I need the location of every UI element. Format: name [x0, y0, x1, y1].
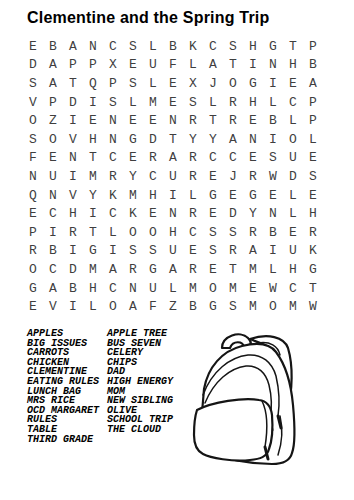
grid-cell-r14c8: L [163, 279, 183, 298]
grid-cell-r10c13: N [263, 204, 283, 223]
grid-cell-r14c1: G [23, 279, 43, 298]
grid-cell-r4c3: D [63, 93, 83, 112]
grid-cell-r8c9: R [183, 167, 203, 186]
grid-cell-r9c11: E [223, 186, 243, 205]
grid-cell-r6c4: H [83, 130, 103, 149]
grid-cell-r2c12: I [243, 56, 263, 75]
grid-cell-r14c2: A [43, 279, 63, 298]
grid-cell-r10c14: L [283, 204, 303, 223]
grid-cell-r8c2: U [43, 167, 63, 186]
grid-cell-r3c11: O [223, 74, 243, 93]
grid-cell-r12c14: U [283, 242, 303, 261]
grid-cell-r13c3: D [63, 260, 83, 279]
grid-cell-r15c13: O [263, 297, 283, 316]
grid-cell-r14c7: U [143, 279, 163, 298]
grid-cell-r4c15: P [303, 93, 323, 112]
grid-cell-r10c2: C [43, 204, 63, 223]
grid-cell-r15c10: G [203, 297, 223, 316]
grid-cell-r4c14: C [283, 93, 303, 112]
grid-cell-r8c6: Y [123, 167, 143, 186]
grid-cell-r14c10: O [203, 279, 223, 298]
grid-cell-r13c8: A [163, 260, 183, 279]
grid-cell-r14c6: N [123, 279, 143, 298]
grid-cell-r7c12: E [243, 149, 263, 168]
grid-cell-r7c14: U [283, 149, 303, 168]
grid-cell-r9c13: E [263, 186, 283, 205]
grid-cell-r3c15: A [303, 74, 323, 93]
grid-cell-r11c2: I [43, 223, 63, 242]
grid-cell-r1c3: A [63, 37, 83, 56]
grid-cell-r12c12: A [243, 242, 263, 261]
grid-cell-r5c6: E [123, 111, 143, 130]
grid-cell-r2c11: T [223, 56, 243, 75]
grid-cell-r10c1: E [23, 204, 43, 223]
grid-cell-r13c15: G [303, 260, 323, 279]
grid-cell-r5c3: I [63, 111, 83, 130]
grid-cell-r2c3: P [63, 56, 83, 75]
grid-cell-r15c7: F [143, 297, 163, 316]
grid-cell-r8c3: I [63, 167, 83, 186]
grid-cell-r6c8: T [163, 130, 183, 149]
grid-cell-r12c4: G [83, 242, 103, 261]
word-search-grid: EBANCSLBKCSHGTPDAPPXEUFLATINHBSATQPSLEXJ… [23, 37, 323, 316]
grid-cell-r8c7: C [143, 167, 163, 186]
grid-cell-r12c10: S [203, 242, 223, 261]
grid-cell-r8c1: N [23, 167, 43, 186]
grid-cell-r14c14: C [283, 279, 303, 298]
grid-cell-r4c1: V [23, 93, 43, 112]
grid-cell-r6c1: S [23, 130, 43, 149]
grid-cell-r5c11: R [223, 111, 243, 130]
grid-cell-r8c11: J [223, 167, 243, 186]
grid-cell-r9c9: L [183, 186, 203, 205]
grid-cell-r1c12: H [243, 37, 263, 56]
grid-cell-r1c5: C [103, 37, 123, 56]
grid-cell-r4c4: I [83, 93, 103, 112]
grid-cell-r9c12: G [243, 186, 263, 205]
grid-cell-r14c4: H [83, 279, 103, 298]
grid-cell-r5c2: Z [43, 111, 63, 130]
grid-cell-r12c2: B [43, 242, 63, 261]
backpack-pocket [194, 399, 272, 460]
grid-cell-r13c5: A [103, 260, 123, 279]
grid-cell-r10c5: C [103, 204, 123, 223]
grid-cell-r12c15: K [303, 242, 323, 261]
grid-cell-r15c9: B [183, 297, 203, 316]
grid-cell-r4c11: R [223, 93, 243, 112]
grid-cell-r10c9: R [183, 204, 203, 223]
grid-cell-r13c2: C [43, 260, 63, 279]
grid-cell-r12c11: R [223, 242, 243, 261]
grid-cell-r1c11: S [223, 37, 243, 56]
grid-cell-r2c13: N [263, 56, 283, 75]
grid-cell-r1c7: L [143, 37, 163, 56]
grid-cell-r11c1: P [23, 223, 43, 242]
grid-cell-r15c1: E [23, 297, 43, 316]
grid-cell-r13c6: R [123, 260, 143, 279]
grid-cell-r1c13: G [263, 37, 283, 56]
grid-cell-r4c9: S [183, 93, 203, 112]
grid-cell-r2c7: U [143, 56, 163, 75]
grid-cell-r1c4: N [83, 37, 103, 56]
grid-cell-r6c9: Y [183, 130, 203, 149]
grid-cell-r12c13: I [263, 242, 283, 261]
grid-cell-r4c2: P [43, 93, 63, 112]
grid-cell-r5c15: P [303, 111, 323, 130]
grid-cell-r8c13: W [263, 167, 283, 186]
grid-cell-r4c12: H [243, 93, 263, 112]
word-list-column-1: APPLESBIG ISSUESCARROTSCHICKENCLEMENTINE… [27, 329, 99, 444]
grid-cell-r4c6: L [123, 93, 143, 112]
grid-cell-r15c6: A [123, 297, 143, 316]
grid-cell-r10c7: E [143, 204, 163, 223]
grid-cell-r8c8: U [163, 167, 183, 186]
grid-cell-r3c2: A [43, 74, 63, 93]
grid-cell-r12c9: E [183, 242, 203, 261]
grid-cell-r15c11: S [223, 297, 243, 316]
grid-cell-r11c8: H [163, 223, 183, 242]
grid-cell-r2c15: B [303, 56, 323, 75]
grid-cell-r15c3: I [63, 297, 83, 316]
grid-cell-r1c9: K [183, 37, 203, 56]
grid-cell-r5c7: E [143, 111, 163, 130]
grid-cell-r13c11: T [223, 260, 243, 279]
grid-cell-r13c12: M [243, 260, 263, 279]
grid-cell-r12c6: S [123, 242, 143, 261]
grid-cell-r6c5: N [103, 130, 123, 149]
grid-cell-r9c3: V [63, 186, 83, 205]
grid-cell-r6c10: Y [203, 130, 223, 149]
grid-cell-r8c5: R [103, 167, 123, 186]
grid-cell-r10c12: Y [243, 204, 263, 223]
grid-cell-r13c14: H [283, 260, 303, 279]
grid-cell-r4c5: S [103, 93, 123, 112]
grid-cell-r7c11: C [223, 149, 243, 168]
grid-cell-r9c7: H [143, 186, 163, 205]
grid-cell-r3c13: I [263, 74, 283, 93]
grid-cell-r14c5: C [103, 279, 123, 298]
grid-cell-r14c3: B [63, 279, 83, 298]
grid-cell-r8c4: M [83, 167, 103, 186]
word-list-item: THIRD GRADE [27, 435, 99, 445]
grid-cell-r1c8: B [163, 37, 183, 56]
grid-cell-r11c13: B [263, 223, 283, 242]
grid-cell-r15c8: Z [163, 297, 183, 316]
grid-cell-r1c10: C [203, 37, 223, 56]
grid-cell-r7c9: R [183, 149, 203, 168]
grid-cell-r8c15: S [303, 167, 323, 186]
grid-cell-r6c13: I [263, 130, 283, 149]
grid-cell-r15c15: W [303, 297, 323, 316]
grid-cell-r3c12: G [243, 74, 263, 93]
grid-cell-r6c11: A [223, 130, 243, 149]
grid-cell-r12c7: S [143, 242, 163, 261]
grid-cell-r9c10: G [203, 186, 223, 205]
grid-cell-r6c7: D [143, 130, 163, 149]
grid-cell-r10c11: D [223, 204, 243, 223]
grid-cell-r9c2: N [43, 186, 63, 205]
grid-cell-r5c1: O [23, 111, 43, 130]
grid-cell-r6c2: O [43, 130, 63, 149]
grid-cell-r1c2: B [43, 37, 63, 56]
grid-cell-r5c4: E [83, 111, 103, 130]
grid-cell-r5c8: N [163, 111, 183, 130]
grid-cell-r11c15: R [303, 223, 323, 242]
grid-cell-r10c8: N [163, 204, 183, 223]
grid-cell-r3c6: S [123, 74, 143, 93]
grid-cell-r10c10: E [203, 204, 223, 223]
grid-cell-r7c13: S [263, 149, 283, 168]
grid-cell-r11c7: O [143, 223, 163, 242]
grid-cell-r12c5: I [103, 242, 123, 261]
grid-cell-r7c6: E [123, 149, 143, 168]
grid-cell-r6c14: O [283, 130, 303, 149]
grid-cell-r7c3: N [63, 149, 83, 168]
grid-cell-r3c8: E [163, 74, 183, 93]
grid-cell-r11c3: R [63, 223, 83, 242]
grid-cell-r1c6: S [123, 37, 143, 56]
grid-cell-r4c8: E [163, 93, 183, 112]
grid-cell-r2c5: X [103, 56, 123, 75]
grid-cell-r2c4: P [83, 56, 103, 75]
grid-cell-r3c4: Q [83, 74, 103, 93]
grid-cell-r10c6: K [123, 204, 143, 223]
grid-cell-r14c9: M [183, 279, 203, 298]
grid-cell-r13c10: E [203, 260, 223, 279]
grid-cell-r9c15: E [303, 186, 323, 205]
grid-cell-r12c3: I [63, 242, 83, 261]
grid-cell-r15c12: M [243, 297, 263, 316]
grid-cell-r10c3: H [63, 204, 83, 223]
grid-cell-r11c6: O [123, 223, 143, 242]
grid-cell-r14c13: W [263, 279, 283, 298]
grid-cell-r2c8: F [163, 56, 183, 75]
grid-cell-r7c2: E [43, 149, 63, 168]
grid-cell-r15c14: M [283, 297, 303, 316]
grid-cell-r6c15: L [303, 130, 323, 149]
grid-cell-r13c13: L [263, 260, 283, 279]
grid-cell-r4c7: M [143, 93, 163, 112]
grid-cell-r2c1: D [23, 56, 43, 75]
grid-cell-r11c14: E [283, 223, 303, 242]
grid-cell-r3c1: S [23, 74, 43, 93]
page-title: Clementine and the Spring Trip [27, 9, 269, 27]
grid-cell-r14c11: M [223, 279, 243, 298]
grid-cell-r11c10: S [203, 223, 223, 242]
grid-cell-r11c11: S [223, 223, 243, 242]
grid-cell-r12c8: U [163, 242, 183, 261]
grid-cell-r12c1: R [23, 242, 43, 261]
word-list-column-2: APPLE TREEBUS SEVENCELERYCHIPSDADHIGH EN… [107, 329, 173, 435]
grid-cell-r2c14: H [283, 56, 303, 75]
grid-cell-r4c10: L [203, 93, 223, 112]
grid-cell-r9c5: K [103, 186, 123, 205]
grid-cell-r3c7: L [143, 74, 163, 93]
grid-cell-r5c12: E [243, 111, 263, 130]
grid-cell-r3c10: J [203, 74, 223, 93]
grid-cell-r6c3: V [63, 130, 83, 149]
grid-cell-r13c7: G [143, 260, 163, 279]
grid-cell-r11c12: R [243, 223, 263, 242]
grid-cell-r3c9: X [183, 74, 203, 93]
grid-cell-r6c6: G [123, 130, 143, 149]
grid-cell-r5c14: L [283, 111, 303, 130]
grid-cell-r1c14: T [283, 37, 303, 56]
grid-cell-r5c13: B [263, 111, 283, 130]
grid-cell-r11c5: L [103, 223, 123, 242]
word-list-item: THE CLOUD [107, 425, 173, 435]
grid-cell-r1c15: P [303, 37, 323, 56]
grid-cell-r10c4: I [83, 204, 103, 223]
backpack-illustration [192, 331, 312, 471]
grid-cell-r9c8: I [163, 186, 183, 205]
grid-cell-r5c10: T [203, 111, 223, 130]
grid-cell-r15c5: O [103, 297, 123, 316]
grid-cell-r6c12: N [243, 130, 263, 149]
grid-cell-r9c6: M [123, 186, 143, 205]
grid-cell-r13c4: M [83, 260, 103, 279]
grid-cell-r9c14: L [283, 186, 303, 205]
grid-cell-r11c9: C [183, 223, 203, 242]
grid-cell-r2c9: L [183, 56, 203, 75]
grid-cell-r8c10: E [203, 167, 223, 186]
grid-cell-r7c7: R [143, 149, 163, 168]
grid-cell-r2c6: E [123, 56, 143, 75]
grid-cell-r3c5: P [103, 74, 123, 93]
grid-cell-r7c15: E [303, 149, 323, 168]
grid-cell-r7c8: A [163, 149, 183, 168]
grid-cell-r3c14: E [283, 74, 303, 93]
grid-cell-r15c2: V [43, 297, 63, 316]
grid-cell-r14c15: T [303, 279, 323, 298]
grid-cell-r10c15: H [303, 204, 323, 223]
grid-cell-r8c12: R [243, 167, 263, 186]
grid-cell-r9c4: Y [83, 186, 103, 205]
grid-cell-r14c12: E [243, 279, 263, 298]
grid-cell-r13c9: R [183, 260, 203, 279]
grid-cell-r7c1: F [23, 149, 43, 168]
grid-cell-r5c5: N [103, 111, 123, 130]
grid-cell-r7c10: C [203, 149, 223, 168]
grid-cell-r9c1: Q [23, 186, 43, 205]
grid-cell-r4c13: L [263, 93, 283, 112]
grid-cell-r15c4: L [83, 297, 103, 316]
grid-cell-r2c10: A [203, 56, 223, 75]
grid-cell-r2c2: A [43, 56, 63, 75]
grid-cell-r13c1: O [23, 260, 43, 279]
grid-cell-r1c1: E [23, 37, 43, 56]
grid-cell-r5c9: R [183, 111, 203, 130]
grid-cell-r7c4: T [83, 149, 103, 168]
grid-cell-r3c3: T [63, 74, 83, 93]
grid-cell-r8c14: D [283, 167, 303, 186]
grid-cell-r7c5: C [103, 149, 123, 168]
grid-cell-r11c4: T [83, 223, 103, 242]
